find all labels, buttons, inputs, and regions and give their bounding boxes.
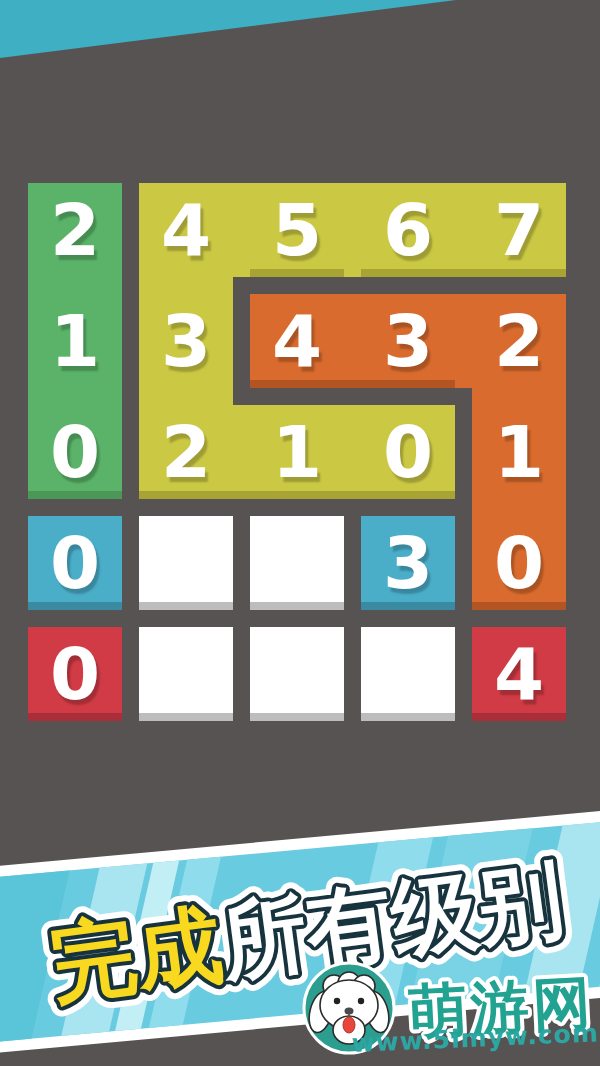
tile-bottom-shadow [361,713,455,721]
cell-r3c2[interactable]: 2 [139,405,233,499]
cell-r4c1[interactable]: 0 [28,516,122,610]
cell-number: 3 [139,294,233,388]
cell-number: 1 [250,405,344,499]
tile-bottom-shadow [250,602,344,610]
cell-number: 0 [361,405,455,499]
cell-number: 0 [28,516,122,610]
puzzle-board: 24567134320210103004 [0,0,600,760]
cell-number: 4 [139,183,233,277]
cell-r1c2[interactable]: 4 [139,183,233,277]
tile-bridge [472,388,566,405]
cell-r3c1[interactable]: 0 [28,405,122,499]
tile-bottom-shadow [233,491,250,499]
cell-number: 4 [472,627,566,721]
cell-r1c5[interactable]: 7 [472,183,566,277]
promo-banner [0,804,600,1058]
tile-bridge [344,405,361,499]
cell-r2c3[interactable]: 4 [250,294,344,388]
cell-number: 3 [361,294,455,388]
tile-bottom-shadow [139,602,233,610]
cell-r4c4[interactable]: 3 [361,516,455,610]
cell-r5c5[interactable]: 4 [472,627,566,721]
cell-number: 2 [28,183,122,277]
cell-r2c2[interactable]: 3 [139,294,233,388]
cell-r1c1[interactable]: 2 [28,183,122,277]
cell-r3c5[interactable]: 1 [472,405,566,499]
banner-stripe [516,815,600,1031]
tile-bridge [233,183,250,277]
cell-number: 0 [472,516,566,610]
tile-bridge [344,294,361,388]
tile-bridge [455,294,472,388]
cell-r3c3[interactable]: 1 [250,405,344,499]
cell-r1c3[interactable]: 5 [250,183,344,277]
tile-bottom-shadow [455,269,472,277]
cell-number: 3 [361,516,455,610]
tile-bottom-shadow [250,713,344,721]
cell-number: 7 [472,183,566,277]
banner-stripe [0,850,74,1047]
cell-r4c5[interactable]: 0 [472,516,566,610]
cell-r2c4[interactable]: 3 [361,294,455,388]
cell-r5c1[interactable]: 0 [28,627,122,721]
cell-r5c2[interactable] [139,627,233,721]
cell-number: 4 [250,294,344,388]
cell-r5c4[interactable] [361,627,455,721]
tile-bridge [344,183,361,277]
cell-r1c4[interactable]: 6 [361,183,455,277]
cell-r2c1[interactable]: 1 [28,294,122,388]
tile-bridge [139,388,233,405]
tile-bottom-shadow [344,380,361,388]
cell-number: 2 [139,405,233,499]
tile-bridge [472,499,566,516]
cell-r4c2[interactable] [139,516,233,610]
tile-bridge [139,277,233,294]
banner-stripe [332,817,438,1047]
tile-bridge [28,388,122,405]
game-screen: 24567134320210103004 完成所有级别 完成所有级别 [0,0,600,1066]
cell-number: 6 [361,183,455,277]
cell-number: 0 [28,405,122,499]
tile-bridge [28,277,122,294]
cell-number: 5 [250,183,344,277]
tile-bottom-shadow [139,713,233,721]
site-url-text: www.5imyw.com [351,1018,600,1058]
cell-r4c3[interactable] [250,516,344,610]
banner-stripes [0,815,600,1047]
cell-number: 0 [28,627,122,721]
tile-bridge [233,405,250,499]
cell-r3c4[interactable]: 0 [361,405,455,499]
cell-number: 1 [472,405,566,499]
tile-bridge [455,183,472,277]
cell-number: 2 [472,294,566,388]
cell-number: 1 [28,294,122,388]
tile-bottom-shadow [344,491,361,499]
cell-r2c5[interactable]: 2 [472,294,566,388]
cell-r5c3[interactable] [250,627,344,721]
